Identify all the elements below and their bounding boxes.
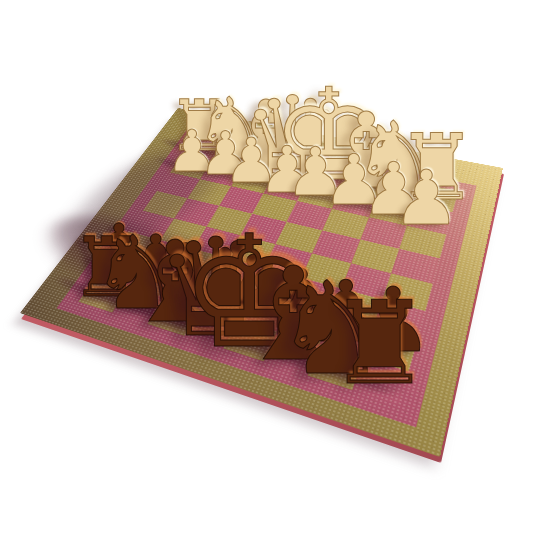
chess-photo-scene: ♜︎♞︎♝︎♚︎♛︎♝︎♞︎♜︎♟︎♟︎♟︎♟︎♟︎♟︎♟︎♟︎♟︎♟︎♟︎♟︎… [0, 0, 533, 533]
